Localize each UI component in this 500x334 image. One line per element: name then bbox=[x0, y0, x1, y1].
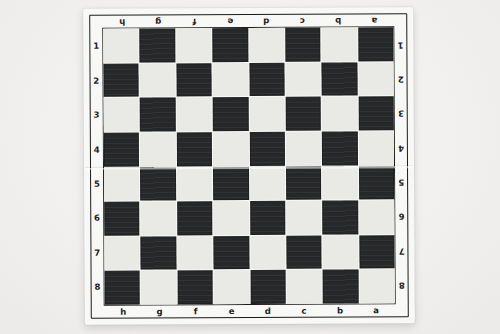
square-f6 bbox=[177, 201, 213, 235]
file-top-label-e: e bbox=[212, 16, 248, 27]
square-c4 bbox=[286, 131, 322, 165]
rank-left-label-4: 4 bbox=[91, 132, 102, 166]
squares-grid bbox=[103, 27, 394, 305]
rank-labels-right: 12345678 bbox=[395, 28, 407, 303]
square-b8 bbox=[323, 270, 359, 304]
rank-right-label-8: 8 bbox=[397, 268, 408, 302]
square-h3 bbox=[104, 98, 140, 132]
square-c6 bbox=[286, 201, 322, 235]
file-bottom-label-e: e bbox=[214, 306, 250, 317]
file-top-label-c: c bbox=[284, 15, 320, 26]
file-top-label-h: h bbox=[104, 16, 140, 27]
file-top-label-a: a bbox=[357, 15, 393, 26]
square-c7 bbox=[286, 235, 322, 269]
square-e4 bbox=[213, 132, 249, 166]
file-labels-bottom: hgfedcba bbox=[105, 305, 394, 317]
square-a8 bbox=[359, 270, 395, 304]
square-h4 bbox=[104, 132, 140, 166]
square-b1 bbox=[322, 27, 358, 61]
square-d3 bbox=[249, 97, 285, 131]
square-a2 bbox=[358, 62, 394, 96]
square-e5 bbox=[213, 167, 249, 201]
square-d7 bbox=[250, 236, 286, 270]
rank-left-label-6: 6 bbox=[92, 201, 103, 235]
square-f2 bbox=[176, 63, 212, 97]
square-c3 bbox=[286, 97, 322, 131]
square-d8 bbox=[250, 270, 286, 304]
square-g7 bbox=[141, 236, 177, 270]
file-bottom-label-g: g bbox=[141, 306, 177, 317]
rank-right-label-2: 2 bbox=[395, 62, 406, 96]
file-top-label-f: f bbox=[176, 16, 212, 27]
rank-right-label-1: 1 bbox=[395, 28, 406, 62]
square-a3 bbox=[358, 96, 394, 130]
square-h8 bbox=[105, 271, 141, 305]
square-c5 bbox=[286, 166, 322, 200]
square-b5 bbox=[322, 166, 358, 200]
square-e1 bbox=[212, 28, 248, 62]
square-c2 bbox=[285, 62, 321, 96]
rank-left-label-3: 3 bbox=[91, 98, 102, 132]
chessboard-mat: hgfedcba hgfedcba 12345678 12345678 bbox=[83, 7, 415, 325]
board-inner-frame bbox=[102, 26, 395, 306]
rank-left-label-8: 8 bbox=[92, 270, 103, 304]
square-b2 bbox=[322, 62, 358, 96]
square-h6 bbox=[104, 202, 140, 236]
file-labels-top: hgfedcba bbox=[104, 15, 393, 27]
square-b6 bbox=[322, 201, 358, 235]
square-d4 bbox=[249, 132, 285, 166]
square-g8 bbox=[141, 271, 177, 305]
square-f4 bbox=[177, 132, 213, 166]
rank-right-label-3: 3 bbox=[396, 96, 407, 130]
square-e7 bbox=[213, 236, 249, 270]
rank-left-label-1: 1 bbox=[91, 29, 102, 63]
square-g6 bbox=[141, 202, 177, 236]
rank-labels-left: 12345678 bbox=[91, 29, 103, 304]
square-a4 bbox=[358, 131, 394, 165]
square-g1 bbox=[140, 28, 176, 62]
rank-left-label-2: 2 bbox=[91, 64, 102, 98]
file-top-label-d: d bbox=[248, 15, 284, 26]
square-e2 bbox=[213, 63, 249, 97]
file-bottom-label-a: a bbox=[358, 305, 394, 316]
square-e6 bbox=[213, 201, 249, 235]
square-g2 bbox=[140, 63, 176, 97]
rank-right-label-5: 5 bbox=[396, 165, 407, 199]
square-b4 bbox=[322, 131, 358, 165]
square-c1 bbox=[285, 28, 321, 62]
square-d6 bbox=[250, 201, 286, 235]
file-bottom-label-d: d bbox=[250, 306, 286, 317]
file-bottom-label-c: c bbox=[286, 306, 322, 317]
rank-right-label-6: 6 bbox=[396, 200, 407, 234]
square-f5 bbox=[177, 167, 213, 201]
square-a5 bbox=[359, 166, 395, 200]
square-f7 bbox=[177, 236, 213, 270]
square-b7 bbox=[323, 235, 359, 269]
square-h1 bbox=[103, 29, 139, 63]
square-a1 bbox=[358, 27, 394, 61]
square-a7 bbox=[359, 235, 395, 269]
file-bottom-label-h: h bbox=[105, 307, 141, 318]
square-g5 bbox=[140, 167, 176, 201]
square-d5 bbox=[250, 166, 286, 200]
square-b3 bbox=[322, 97, 358, 131]
square-h5 bbox=[104, 167, 140, 201]
square-e8 bbox=[214, 270, 250, 304]
board-outer-frame: hgfedcba hgfedcba 12345678 12345678 bbox=[89, 13, 409, 319]
square-f8 bbox=[177, 271, 213, 305]
square-f1 bbox=[176, 28, 212, 62]
square-f3 bbox=[176, 97, 212, 131]
photo-background: { "game": "chess", "position": { "fen": … bbox=[0, 0, 500, 334]
square-d1 bbox=[249, 28, 285, 62]
square-h7 bbox=[104, 236, 140, 270]
file-top-label-b: b bbox=[320, 15, 356, 26]
square-a6 bbox=[359, 200, 395, 234]
rank-right-label-7: 7 bbox=[396, 234, 407, 268]
square-g3 bbox=[140, 98, 176, 132]
square-d2 bbox=[249, 62, 285, 96]
square-h2 bbox=[103, 63, 139, 97]
square-e3 bbox=[213, 97, 249, 131]
square-c8 bbox=[286, 270, 322, 304]
file-bottom-label-b: b bbox=[322, 305, 358, 316]
rank-right-label-4: 4 bbox=[396, 131, 407, 165]
rank-left-label-5: 5 bbox=[92, 167, 103, 201]
rank-left-label-7: 7 bbox=[92, 236, 103, 270]
file-top-label-g: g bbox=[140, 16, 176, 27]
file-bottom-label-f: f bbox=[177, 306, 213, 317]
square-g4 bbox=[140, 132, 176, 166]
